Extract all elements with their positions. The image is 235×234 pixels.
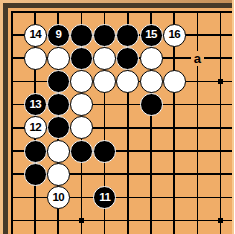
intersection-c3-r6	[47, 116, 70, 139]
intersection-c7-r2: 15	[140, 24, 163, 47]
white-stone-14: 14	[24, 24, 47, 47]
move-number: 11	[99, 192, 110, 204]
intersection-c1-r9	[0, 186, 23, 209]
intersection-c4-r10	[70, 209, 93, 232]
black-stone	[47, 70, 70, 93]
black-stone-15: 15	[140, 24, 163, 47]
intersection-c8-r7	[163, 140, 186, 163]
black-stone	[140, 93, 163, 116]
move-number: 14	[29, 29, 41, 41]
intersection-c1-r3	[0, 47, 23, 70]
intersection-c9-r4	[186, 70, 209, 93]
intersection-c6-r9	[116, 186, 139, 209]
intersection-c1-r2	[0, 24, 23, 47]
intersection-c2-r10	[24, 209, 47, 232]
intersection-c8-r1	[163, 0, 186, 23]
move-number: 9	[55, 29, 61, 41]
intersection-c5-r10	[93, 209, 116, 232]
intersection-c1-r10	[0, 209, 23, 232]
intersection-c6-r4	[116, 70, 139, 93]
black-stone	[116, 24, 139, 47]
intersection-c4-r5	[70, 93, 93, 116]
intersection-c2-r6: 12	[24, 116, 47, 139]
intersection-c3-r9: 10	[47, 186, 70, 209]
white-stone-16: 16	[163, 24, 186, 47]
intersection-c3-r8	[47, 163, 70, 186]
intersection-c4-r9	[70, 186, 93, 209]
intersection-c5-r5	[93, 93, 116, 116]
intersection-c7-r7	[140, 140, 163, 163]
intersection-c9-r3: a	[186, 47, 209, 70]
intersection-c8-r9	[163, 186, 186, 209]
intersection-c10-r5	[209, 93, 232, 116]
intersection-c8-r5	[163, 93, 186, 116]
black-stone-13: 13	[24, 93, 47, 116]
intersection-c9-r9	[186, 186, 209, 209]
black-stone	[70, 47, 93, 70]
black-stone	[24, 163, 47, 186]
intersection-c7-r4	[140, 70, 163, 93]
intersection-c9-r7	[186, 140, 209, 163]
white-stone	[70, 93, 93, 116]
move-number: 13	[29, 99, 41, 111]
intersection-c5-r7	[93, 140, 116, 163]
intersection-c4-r8	[70, 163, 93, 186]
intersection-c1-r4	[0, 70, 23, 93]
white-stone-10: 10	[47, 186, 70, 209]
intersection-c7-r8	[140, 163, 163, 186]
intersection-c10-r10	[209, 209, 232, 232]
intersection-c7-r5	[140, 93, 163, 116]
intersection-c8-r3	[163, 47, 186, 70]
intersection-c5-r1	[93, 0, 116, 23]
intersection-c4-r3	[70, 47, 93, 70]
move-number: 15	[145, 29, 157, 41]
black-stone-9: 9	[47, 24, 70, 47]
intersection-c2-r1	[24, 0, 47, 23]
intersection-c1-r6	[0, 116, 23, 139]
intersection-c10-r2	[209, 24, 232, 47]
white-stone	[93, 70, 116, 93]
intersection-c3-r7	[47, 140, 70, 163]
intersection-c4-r6	[70, 116, 93, 139]
bevel-highlight-right	[232, 0, 235, 234]
intersection-c2-r7	[24, 140, 47, 163]
black-stone	[70, 140, 93, 163]
intersection-c7-r1	[140, 0, 163, 23]
star-point	[218, 218, 223, 223]
intersection-c10-r6	[209, 116, 232, 139]
intersection-c6-r2	[116, 24, 139, 47]
point-label-a: a	[191, 51, 204, 66]
black-stone-11: 11	[93, 186, 116, 209]
intersection-c9-r10	[186, 209, 209, 232]
intersection-c6-r8	[116, 163, 139, 186]
white-stone	[140, 47, 163, 70]
intersection-c10-r3	[209, 47, 232, 70]
move-number: 12	[29, 122, 41, 134]
intersection-c4-r2	[70, 24, 93, 47]
intersection-c5-r3	[93, 47, 116, 70]
intersection-c5-r4	[93, 70, 116, 93]
intersection-c4-r7	[70, 140, 93, 163]
white-stone	[116, 70, 139, 93]
intersection-c9-r6	[186, 116, 209, 139]
intersection-c4-r4	[70, 70, 93, 93]
intersection-c8-r6	[163, 116, 186, 139]
white-stone	[93, 47, 116, 70]
intersection-c2-r3	[24, 47, 47, 70]
intersection-c10-r7	[209, 140, 232, 163]
intersection-c6-r7	[116, 140, 139, 163]
intersection-c7-r10	[140, 209, 163, 232]
black-stone	[70, 24, 93, 47]
intersection-c2-r9	[24, 186, 47, 209]
intersection-c6-r3	[116, 47, 139, 70]
intersection-c3-r1	[47, 0, 70, 23]
intersection-c1-r8	[0, 163, 23, 186]
intersection-c6-r1	[116, 0, 139, 23]
white-stone	[163, 70, 186, 93]
intersection-c3-r10	[47, 209, 70, 232]
intersection-c3-r4	[47, 70, 70, 93]
intersection-c10-r8	[209, 163, 232, 186]
intersection-c5-r9: 11	[93, 186, 116, 209]
intersection-c1-r5	[0, 93, 23, 116]
black-stone	[47, 93, 70, 116]
intersection-c3-r2: 9	[47, 24, 70, 47]
black-stone	[24, 140, 47, 163]
intersection-c8-r4	[163, 70, 186, 93]
intersection-c10-r9	[209, 186, 232, 209]
intersection-c9-r8	[186, 163, 209, 186]
move-number: 16	[169, 29, 181, 41]
intersection-c9-r1	[186, 0, 209, 23]
intersection-c5-r6	[93, 116, 116, 139]
white-stone	[24, 47, 47, 70]
move-number: 10	[53, 192, 65, 204]
intersection-c1-r7	[0, 140, 23, 163]
black-stone	[47, 116, 70, 139]
intersection-c5-r8	[93, 163, 116, 186]
intersection-c3-r3	[47, 47, 70, 70]
black-stone	[93, 24, 116, 47]
intersection-c7-r9	[140, 186, 163, 209]
intersection-c2-r4	[24, 70, 47, 93]
white-stone	[47, 47, 70, 70]
black-stone	[116, 47, 139, 70]
intersection-c10-r4	[209, 70, 232, 93]
intersection-c7-r6	[140, 116, 163, 139]
intersection-c1-r1	[0, 0, 23, 23]
intersection-c2-r5: 13	[24, 93, 47, 116]
black-stone	[93, 140, 116, 163]
intersection-c2-r8	[24, 163, 47, 186]
intersection-c6-r10	[116, 209, 139, 232]
white-stone	[70, 116, 93, 139]
white-stone	[47, 163, 70, 186]
white-stone	[140, 70, 163, 93]
star-point	[218, 79, 223, 84]
intersection-c10-r1	[209, 0, 232, 23]
intersection-c8-r8	[163, 163, 186, 186]
intersection-c4-r1	[70, 0, 93, 23]
intersection-c6-r6	[116, 116, 139, 139]
go-board: 1491516a13121011	[0, 0, 234, 234]
white-stone	[47, 140, 70, 163]
intersection-c8-r10	[163, 209, 186, 232]
intersection-c3-r5	[47, 93, 70, 116]
intersection-c9-r2	[186, 24, 209, 47]
intersection-grid: 1491516a13121011	[0, 0, 232, 232]
intersection-c7-r3	[140, 47, 163, 70]
intersection-c9-r5	[186, 93, 209, 116]
white-stone	[70, 70, 93, 93]
intersection-c6-r5	[116, 93, 139, 116]
intersection-c5-r2	[93, 24, 116, 47]
intersection-c8-r2: 16	[163, 24, 186, 47]
star-point	[79, 218, 84, 223]
intersection-c2-r2: 14	[24, 24, 47, 47]
white-stone-12: 12	[24, 116, 47, 139]
